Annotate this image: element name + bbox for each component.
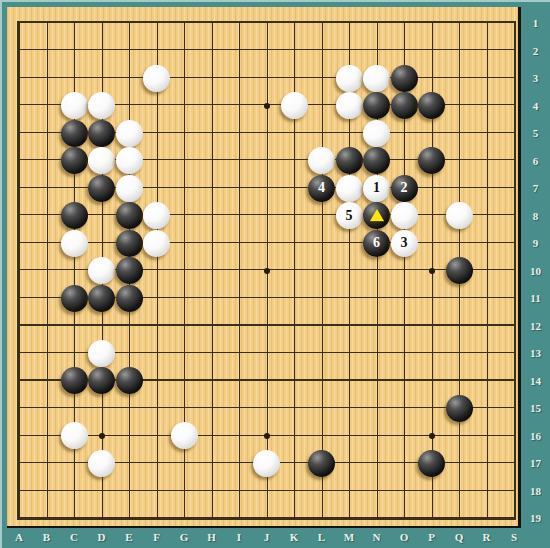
move-number: 5 — [346, 208, 353, 224]
move-number: 3 — [401, 235, 408, 251]
column-label-M: M — [338, 531, 360, 543]
row-label-16: 16 — [523, 430, 548, 442]
stone-black-O7: 2 — [391, 175, 418, 202]
stone-white-E5 — [116, 120, 143, 147]
stone-white-C9 — [61, 230, 88, 257]
stone-white-D13 — [88, 340, 115, 367]
stone-black-N4 — [363, 92, 390, 119]
move-number: 4 — [318, 180, 325, 196]
stone-white-M4 — [336, 92, 363, 119]
row-label-1: 1 — [523, 17, 548, 29]
row-label-19: 19 — [523, 512, 548, 524]
triangle-marker-icon — [370, 209, 384, 221]
move-number: 1 — [373, 180, 380, 196]
move-number: 2 — [401, 180, 408, 196]
star-point — [429, 433, 435, 439]
stone-white-M7 — [336, 175, 363, 202]
row-label-7: 7 — [523, 182, 548, 194]
stone-white-F9 — [143, 230, 170, 257]
stone-black-C14 — [61, 367, 88, 394]
row-label-5: 5 — [523, 127, 548, 139]
star-point — [264, 103, 270, 109]
stone-black-N9: 6 — [363, 230, 390, 257]
stone-black-E9 — [116, 230, 143, 257]
stone-black-P17 — [418, 450, 445, 477]
stone-black-D14 — [88, 367, 115, 394]
stone-white-F3 — [143, 65, 170, 92]
stone-black-E14 — [116, 367, 143, 394]
stone-white-N3 — [363, 65, 390, 92]
stone-white-L6 — [308, 147, 335, 174]
column-label-K: K — [283, 531, 305, 543]
star-point — [264, 268, 270, 274]
row-label-13: 13 — [523, 347, 548, 359]
stone-white-N5 — [363, 120, 390, 147]
stone-black-Q10 — [446, 257, 473, 284]
column-label-B: B — [36, 531, 58, 543]
board-surface[interactable]: 412563 — [7, 7, 521, 528]
stone-white-M8: 5 — [336, 202, 363, 229]
row-label-6: 6 — [523, 155, 548, 167]
stone-black-P6 — [418, 147, 445, 174]
stone-white-G16 — [171, 422, 198, 449]
stone-black-D5 — [88, 120, 115, 147]
stone-white-E6 — [116, 147, 143, 174]
column-label-C: C — [63, 531, 85, 543]
stone-white-Q8 — [446, 202, 473, 229]
column-label-L: L — [311, 531, 333, 543]
stone-black-D7 — [88, 175, 115, 202]
stone-white-F8 — [143, 202, 170, 229]
column-label-E: E — [118, 531, 140, 543]
row-label-3: 3 — [523, 72, 548, 84]
column-label-J: J — [256, 531, 278, 543]
row-label-9: 9 — [523, 237, 548, 249]
stone-black-Q15 — [446, 395, 473, 422]
row-label-12: 12 — [523, 320, 548, 332]
column-label-S: S — [503, 531, 525, 543]
stone-black-M6 — [336, 147, 363, 174]
star-point — [264, 433, 270, 439]
column-label-R: R — [476, 531, 498, 543]
column-label-O: O — [393, 531, 415, 543]
stone-white-C16 — [61, 422, 88, 449]
row-label-4: 4 — [523, 100, 548, 112]
column-label-D: D — [91, 531, 113, 543]
column-label-H: H — [201, 531, 223, 543]
stone-white-D10 — [88, 257, 115, 284]
stone-black-C6 — [61, 147, 88, 174]
stone-white-O9: 3 — [391, 230, 418, 257]
stone-black-E10 — [116, 257, 143, 284]
stone-black-C8 — [61, 202, 88, 229]
stone-black-P4 — [418, 92, 445, 119]
go-app-frame: 412563 12345678910111213141516171819 ABC… — [0, 0, 550, 548]
stone-white-N7: 1 — [363, 175, 390, 202]
star-point — [99, 433, 105, 439]
column-label-F: F — [146, 531, 168, 543]
column-label-P: P — [421, 531, 443, 543]
stone-black-O4 — [391, 92, 418, 119]
stone-white-E7 — [116, 175, 143, 202]
stone-black-N6 — [363, 147, 390, 174]
column-label-G: G — [173, 531, 195, 543]
stone-white-O8 — [391, 202, 418, 229]
row-label-8: 8 — [523, 210, 548, 222]
stone-black-E8 — [116, 202, 143, 229]
row-label-18: 18 — [523, 485, 548, 497]
stone-black-C11 — [61, 285, 88, 312]
row-label-2: 2 — [523, 45, 548, 57]
move-number: 6 — [373, 235, 380, 251]
stone-black-L17 — [308, 450, 335, 477]
row-label-15: 15 — [523, 402, 548, 414]
stone-black-O3 — [391, 65, 418, 92]
row-label-17: 17 — [523, 457, 548, 469]
stone-black-L7: 4 — [308, 175, 335, 202]
stone-black-N8 — [363, 202, 390, 229]
stone-white-M3 — [336, 65, 363, 92]
stone-black-E11 — [116, 285, 143, 312]
column-label-A: A — [8, 531, 30, 543]
stone-white-D4 — [88, 92, 115, 119]
stone-black-C5 — [61, 120, 88, 147]
star-point — [429, 268, 435, 274]
stone-black-D11 — [88, 285, 115, 312]
stone-white-K4 — [281, 92, 308, 119]
row-label-11: 11 — [523, 292, 548, 304]
column-label-N: N — [366, 531, 388, 543]
stone-white-D6 — [88, 147, 115, 174]
column-label-Q: Q — [448, 531, 470, 543]
column-label-I: I — [228, 531, 250, 543]
stone-white-C4 — [61, 92, 88, 119]
row-label-10: 10 — [523, 265, 548, 277]
row-label-14: 14 — [523, 375, 548, 387]
stone-white-D17 — [88, 450, 115, 477]
stone-white-J17 — [253, 450, 280, 477]
